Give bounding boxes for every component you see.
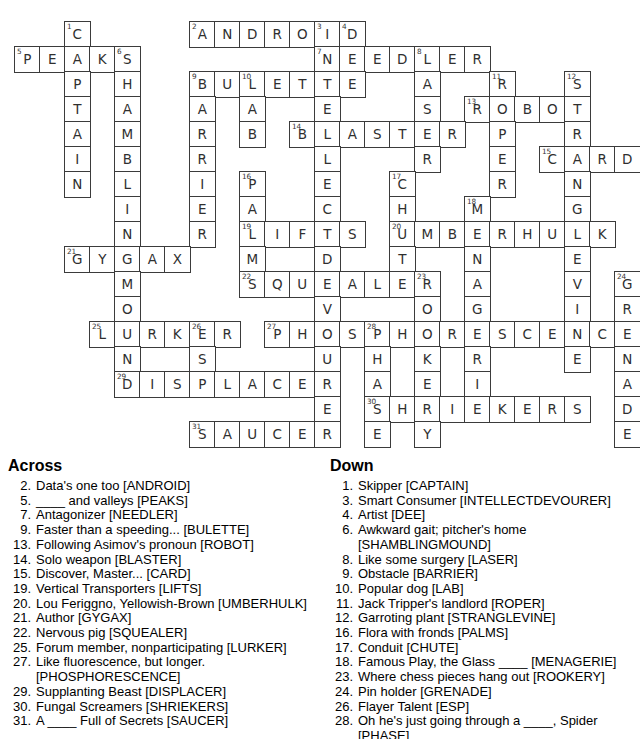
clue-number: 17. (330, 641, 353, 656)
cell-letter: M (115, 128, 140, 142)
grid-cell[interactable]: I (464, 371, 491, 398)
grid-cell[interactable]: O (414, 321, 441, 348)
grid-cell[interactable]: E (364, 46, 391, 73)
grid-cell[interactable]: K (589, 221, 616, 248)
cell-letter: P (15, 53, 40, 66)
cell-letter: B (515, 103, 540, 117)
grid-cell[interactable]: S (189, 346, 216, 373)
grid-cell[interactable]: E (289, 421, 316, 448)
grid-cell[interactable]: A (64, 46, 91, 73)
grid-cell[interactable]: H (514, 221, 541, 248)
grid-cell[interactable]: U (289, 271, 316, 298)
grid-cell[interactable]: E (489, 146, 516, 173)
grid-cell[interactable]: Y (89, 246, 116, 273)
grid-cell[interactable]: L (314, 121, 341, 148)
grid-cell[interactable]: S (564, 396, 591, 423)
grid-cell[interactable]: I (439, 396, 466, 423)
cell-letter: O (415, 303, 440, 317)
grid-cell[interactable]: E (364, 421, 391, 448)
grid-cell[interactable]: T (389, 121, 416, 148)
grid-cell[interactable]: O (114, 296, 141, 323)
clue-text: Awkward gait; pitcher's home [SHAMBLINGM… (358, 523, 636, 552)
grid-cell[interactable]: C (314, 196, 341, 223)
cell-letter: O (315, 328, 340, 342)
clue-item-across-20: 20.Lou Feriggno, Yellowish-Brown [UMBERH… (8, 597, 326, 612)
grid-cell[interactable]: G (564, 196, 591, 223)
grid-cell[interactable]: T (389, 246, 416, 273)
grid-cell[interactable]: U (239, 421, 266, 448)
grid-cell[interactable]: S (364, 121, 391, 148)
grid-cell[interactable]: F (289, 221, 316, 248)
cell-letter: L (90, 328, 115, 342)
grid-cell[interactable]: G (464, 296, 491, 323)
grid-cell[interactable]: I (264, 221, 291, 248)
grid-cell[interactable]: 28P (364, 321, 391, 348)
cell-letter: I (190, 178, 215, 192)
cell-letter: T (315, 78, 340, 92)
clue-item-down-4: 4.Artist [DEE] (330, 508, 636, 523)
grid-cell[interactable]: R (264, 21, 291, 48)
grid-cell[interactable]: O (414, 296, 441, 323)
grid-cell[interactable]: O (314, 321, 341, 348)
grid-cell[interactable]: P (189, 371, 216, 398)
grid-cell[interactable]: E (264, 71, 291, 98)
grid-cell[interactable]: O (489, 96, 516, 123)
grid-cell[interactable]: S (164, 371, 191, 398)
grid-cell[interactable]: E (189, 196, 216, 223)
grid-cell[interactable]: A (64, 121, 91, 148)
grid-cell[interactable]: N (64, 171, 91, 198)
clue-text: Garroting plant [STRANGLEVINE] (358, 611, 636, 626)
cell-letter: C (265, 378, 290, 392)
grid-cell[interactable]: L (114, 171, 141, 198)
cell-letter: E (465, 228, 490, 242)
cell-letter: R (590, 153, 615, 167)
clue-item-down-1: 1.Skipper [CAPTAIN] (330, 479, 636, 494)
grid-cell[interactable]: L (214, 371, 241, 398)
grid-cell[interactable]: R (414, 146, 441, 173)
grid-cell[interactable]: Y (414, 421, 441, 448)
cell-letter: O (540, 103, 565, 117)
cell-letter: S (490, 328, 515, 342)
grid-cell[interactable]: R (189, 221, 216, 248)
grid-cell[interactable]: R (489, 221, 516, 248)
grid-cell[interactable]: 21G (64, 246, 91, 273)
grid-cell[interactable]: A (214, 421, 241, 448)
grid-cell[interactable]: N (114, 346, 141, 373)
grid-cell[interactable]: E (314, 171, 341, 198)
grid-cell[interactable]: R (414, 396, 441, 423)
clue-item-down-28: 28.Oh he's just going through a ____, Sp… (330, 714, 636, 739)
grid-cell[interactable]: V (314, 296, 341, 323)
grid-cell[interactable]: G (114, 246, 141, 273)
cell-letter: S (565, 403, 590, 417)
grid-cell[interactable]: 13R (464, 96, 491, 123)
grid-cell[interactable]: E (39, 46, 66, 73)
grid-cell[interactable]: 4D (339, 21, 366, 48)
clue-number: 12. (330, 611, 353, 626)
grid-cell[interactable]: E (614, 421, 640, 448)
grid-cell[interactable]: 15C (539, 146, 566, 173)
clue-item-across-29: 29.Supplanting Beast [DISPLACER] (8, 685, 326, 700)
grid-cell[interactable]: R (214, 321, 241, 348)
down-clue-list: 1.Skipper [CAPTAIN]3.Smart Consumer [INT… (330, 479, 636, 739)
grid-cell[interactable]: M (114, 271, 141, 298)
grid-cell[interactable]: K (414, 346, 441, 373)
grid-cell[interactable]: L (314, 146, 341, 173)
cell-letter: K (165, 328, 190, 342)
cell-letter: Q (265, 278, 290, 292)
clue-text: Flayer Talent [ESP] (358, 700, 636, 715)
cell-letter: L (365, 278, 390, 292)
cell-letter: O (115, 303, 140, 317)
grid-cell[interactable]: D (614, 146, 640, 173)
grid-cell[interactable]: D (239, 21, 266, 48)
cell-letter: A (190, 28, 215, 41)
grid-cell[interactable]: I (114, 196, 141, 223)
cell-letter: K (415, 353, 440, 367)
grid-cell[interactable]: N (464, 246, 491, 273)
grid-cell[interactable]: R (439, 321, 466, 348)
clue-text: Oh he's just going through a ____, Spide… (358, 714, 636, 739)
clue-text: A ____ Full of Secrets [SAUCER] (36, 714, 326, 729)
grid-cell[interactable]: 22S (239, 271, 266, 298)
grid-cell[interactable]: R (614, 296, 640, 323)
grid-cell[interactable]: H (289, 321, 316, 348)
grid-cell[interactable]: C (589, 321, 616, 348)
grid-cell[interactable]: P (489, 121, 516, 148)
grid-cell[interactable]: A (139, 246, 166, 273)
grid-cell[interactable]: R (314, 371, 341, 398)
cell-letter: E (540, 328, 565, 342)
grid-cell[interactable]: 20U (389, 221, 416, 248)
grid-cell[interactable]: U (214, 71, 241, 98)
clue-number: 14. (8, 553, 31, 568)
clue-text: Flora with fronds [PALMS] (358, 626, 636, 641)
cell-letter: L (315, 153, 340, 167)
cell-letter: E (290, 428, 315, 442)
cell-letter: R (440, 328, 465, 342)
grid-cell[interactable]: R (589, 146, 616, 173)
cell-letter: S (415, 103, 440, 117)
cell-letter: T (65, 103, 90, 117)
grid-cell[interactable]: A (564, 146, 591, 173)
cell-letter: E (40, 53, 65, 66)
cell-letter: A (240, 203, 265, 217)
clue-number: 5. (8, 494, 31, 509)
clue-item-down-26: 26.Flayer Talent [ESP] (330, 700, 636, 715)
grid-cell[interactable]: T (314, 71, 341, 98)
grid-cell[interactable]: C (264, 421, 291, 448)
clue-item-across-7: 7.Antagonizer [NEEDLER] (8, 508, 326, 523)
grid-cell[interactable]: U (539, 221, 566, 248)
cell-letter: R (190, 153, 215, 167)
grid-cell[interactable]: U (114, 321, 141, 348)
cell-letter: E (315, 278, 340, 292)
cell-letter: H (390, 203, 415, 217)
cell-letter: U (315, 353, 340, 367)
grid-cell[interactable]: T (64, 96, 91, 123)
grid-cell[interactable]: 31S (189, 421, 216, 448)
grid-cell[interactable]: E (439, 46, 466, 73)
cell-letter: E (565, 353, 590, 367)
cell-letter: N (65, 178, 90, 192)
grid-cell[interactable]: E (539, 321, 566, 348)
cell-letter: E (315, 403, 340, 417)
grid-cell[interactable]: A (414, 71, 441, 98)
cell-letter: A (340, 278, 365, 292)
grid-cell[interactable]: 7N (314, 46, 341, 73)
cell-letter: H (390, 328, 415, 342)
cell-letter: P (190, 378, 215, 392)
cell-letter: A (365, 378, 390, 392)
grid-cell[interactable]: E (314, 396, 341, 423)
grid-cell[interactable]: 24G (614, 271, 640, 298)
grid-cell[interactable]: 19L (239, 221, 266, 248)
grid-cell[interactable]: 10L (239, 71, 266, 98)
grid-cell[interactable]: 25L (89, 321, 116, 348)
grid-cell[interactable]: A (464, 271, 491, 298)
grid-cell[interactable]: A (364, 371, 391, 398)
grid-cell[interactable]: A (239, 196, 266, 223)
clue-number: 18. (330, 655, 353, 670)
grid-cell[interactable]: A (614, 371, 640, 398)
clue-text: Discover, Master... [CARD] (36, 567, 326, 582)
grid-cell[interactable]: A (239, 371, 266, 398)
grid-cell[interactable]: R (464, 46, 491, 73)
cell-letter: R (315, 378, 340, 392)
cell-letter: M (465, 203, 490, 217)
clue-item-across-22: 22.Nervous pig [SQUEALER] (8, 626, 326, 641)
grid-cell[interactable]: B (514, 96, 541, 123)
grid-cell[interactable]: B (114, 146, 141, 173)
grid-cell[interactable]: B (439, 221, 466, 248)
grid-cell[interactable]: N (614, 346, 640, 373)
clue-item-down-17: 17.Conduit [CHUTE] (330, 641, 636, 656)
cell-letter: U (290, 278, 315, 292)
grid-cell[interactable]: A (189, 96, 216, 123)
cell-letter: R (615, 303, 640, 317)
grid-cell[interactable]: D (614, 396, 640, 423)
grid-cell[interactable]: S (339, 321, 366, 348)
cell-letter: E (315, 178, 340, 192)
cell-letter: O (415, 328, 440, 342)
cell-letter: M (115, 278, 140, 292)
grid-cell[interactable]: R (489, 171, 516, 198)
grid-cell[interactable]: R (189, 146, 216, 173)
grid-cell[interactable]: L (564, 221, 591, 248)
cell-letter: E (465, 328, 490, 342)
grid-cell[interactable]: 30S (364, 396, 391, 423)
cell-letter: R (490, 78, 515, 92)
grid-cell[interactable]: R (539, 396, 566, 423)
grid-cell[interactable]: A (339, 121, 366, 148)
clue-text: Data's one too [ANDROID] (36, 479, 326, 494)
cell-letter: E (265, 78, 290, 92)
grid-cell[interactable]: 1C (64, 21, 91, 48)
grid-cell[interactable]: T (314, 221, 341, 248)
grid-cell[interactable]: 11R (489, 71, 516, 98)
grid-cell[interactable]: A (339, 271, 366, 298)
cell-letter: T (565, 103, 590, 117)
cell-letter: N (115, 228, 140, 242)
grid-cell[interactable]: M (239, 246, 266, 273)
clue-number: 31. (8, 714, 31, 729)
grid-cell[interactable]: N (564, 321, 591, 348)
grid-cell[interactable]: E (289, 371, 316, 398)
grid-cell[interactable]: K (164, 321, 191, 348)
clue-number: 21. (8, 611, 31, 626)
cell-letter: C (390, 178, 415, 192)
cell-letter: N (465, 253, 490, 267)
cell-letter: N (565, 178, 590, 192)
cell-letter: R (190, 228, 215, 242)
cell-letter: I (265, 228, 290, 242)
grid-cell[interactable]: I (64, 146, 91, 173)
grid-cell[interactable]: E (564, 246, 591, 273)
across-clues-section: Across 2.Data's one too [ANDROID]5.____ … (8, 457, 326, 729)
grid-cell[interactable]: D (389, 46, 416, 73)
grid-cell[interactable]: R (464, 346, 491, 373)
clue-text: Like fluorescence, but longer. [PHOSPHOR… (36, 655, 326, 684)
cell-letter: X (165, 253, 190, 267)
grid-cell[interactable]: N (214, 21, 241, 48)
cell-letter: G (115, 253, 140, 267)
grid-cell[interactable]: U (314, 346, 341, 373)
grid-cell[interactable]: E (339, 71, 366, 98)
cell-letter: E (190, 328, 215, 342)
grid-cell[interactable]: I (189, 171, 216, 198)
grid-cell[interactable]: H (389, 396, 416, 423)
grid-cell[interactable]: D (314, 246, 341, 273)
grid-cell[interactable]: P (64, 71, 91, 98)
grid-cell[interactable]: M (414, 221, 441, 248)
grid-cell[interactable]: C (514, 321, 541, 348)
grid-cell[interactable]: A (239, 96, 266, 123)
cell-letter: C (315, 203, 340, 217)
grid-cell[interactable]: 8L (414, 46, 441, 73)
cell-letter: E (515, 403, 540, 417)
grid-cell[interactable]: H (389, 196, 416, 223)
grid-cell[interactable]: R (189, 121, 216, 148)
grid-cell[interactable]: E (414, 371, 441, 398)
grid-cell[interactable]: C (264, 371, 291, 398)
grid-cell[interactable]: 3I (314, 21, 341, 48)
grid-cell[interactable]: S (339, 221, 366, 248)
grid-cell[interactable]: E (314, 271, 341, 298)
grid-cell[interactable]: 18M (464, 196, 491, 223)
grid-cell[interactable]: R (439, 121, 466, 148)
cell-letter: E (490, 153, 515, 167)
grid-cell[interactable]: E (414, 121, 441, 148)
grid-cell[interactable]: 16P (239, 171, 266, 198)
grid-cell[interactable]: N (114, 221, 141, 248)
grid-cell[interactable]: B (239, 121, 266, 148)
clue-number: 19. (8, 582, 31, 597)
grid-cell[interactable]: 26E (189, 321, 216, 348)
clue-item-down-24: 24.Pin holder [GRENADE] (330, 685, 636, 700)
grid-cell[interactable]: I (139, 371, 166, 398)
grid-cell[interactable]: H (114, 71, 141, 98)
grid-cell[interactable]: O (539, 96, 566, 123)
grid-cell[interactable]: 2A (189, 21, 216, 48)
grid-cell[interactable]: N (564, 171, 591, 198)
down-header: Down (330, 457, 636, 475)
grid-cell[interactable]: E (464, 396, 491, 423)
grid-cell[interactable]: E (464, 221, 491, 248)
cell-letter: R (465, 353, 490, 367)
grid-cell[interactable]: K (89, 46, 116, 73)
grid-cell[interactable]: 14B (289, 121, 316, 148)
clue-item-across-14: 14.Solo weapon [BLASTER] (8, 553, 326, 568)
grid-cell[interactable]: 27P (264, 321, 291, 348)
grid-cell[interactable]: T (564, 96, 591, 123)
cell-letter: L (215, 378, 240, 392)
cell-letter: E (365, 428, 390, 442)
cell-letter: R (140, 328, 165, 342)
grid-cell[interactable]: E (514, 396, 541, 423)
grid-cell[interactable]: H (389, 321, 416, 348)
clue-text: Author [GYGAX] (36, 611, 326, 626)
cell-letter: G (565, 203, 590, 217)
clue-text: Conduit [CHUTE] (358, 641, 636, 656)
grid-cell[interactable]: K (489, 396, 516, 423)
cell-letter: B (190, 78, 215, 92)
grid-cell[interactable]: 23R (414, 271, 441, 298)
grid-cell[interactable]: Q (264, 271, 291, 298)
grid-cell[interactable]: O (289, 21, 316, 48)
grid-cell[interactable]: A (114, 96, 141, 123)
grid-cell[interactable]: R (564, 121, 591, 148)
cell-letter: E (440, 53, 465, 66)
grid-cell[interactable]: E (314, 96, 341, 123)
grid-cell[interactable]: E (464, 321, 491, 348)
cell-letter: A (115, 103, 140, 117)
grid-cell[interactable]: S (489, 321, 516, 348)
grid-cell[interactable]: 29D (114, 371, 141, 398)
grid-cell[interactable]: R (314, 421, 341, 448)
grid-cell[interactable]: H (364, 346, 391, 373)
grid-cell[interactable]: E (339, 46, 366, 73)
grid-cell[interactable]: S (414, 96, 441, 123)
grid-cell[interactable]: I (564, 296, 591, 323)
grid-cell[interactable]: L (364, 271, 391, 298)
grid-cell[interactable]: E (614, 321, 640, 348)
clue-number: 8. (330, 553, 353, 568)
grid-cell[interactable]: 17C (389, 171, 416, 198)
grid-cell[interactable]: 6S (114, 46, 141, 73)
grid-cell[interactable]: E (564, 346, 591, 373)
cell-letter: R (540, 403, 565, 417)
grid-cell[interactable]: X (164, 246, 191, 273)
cell-letter: E (340, 78, 365, 92)
grid-cell[interactable]: 12S (564, 71, 591, 98)
cell-letter: S (165, 378, 190, 392)
cell-letter: O (290, 28, 315, 41)
grid-cell[interactable]: E (389, 271, 416, 298)
cell-letter: N (315, 53, 340, 66)
cell-letter: H (290, 328, 315, 342)
grid-cell[interactable]: M (114, 121, 141, 148)
grid-cell[interactable]: V (564, 271, 591, 298)
cell-letter: U (240, 428, 265, 442)
clue-number: 9. (8, 523, 31, 538)
cell-letter: R (440, 128, 465, 142)
grid-cell[interactable]: T (289, 71, 316, 98)
grid-cell[interactable]: R (139, 321, 166, 348)
grid-cell[interactable]: 5P (14, 46, 41, 73)
grid-cell[interactable]: 9B (189, 71, 216, 98)
